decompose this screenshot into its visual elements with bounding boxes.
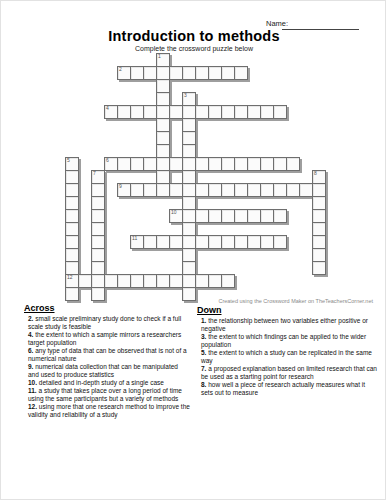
grid-cell[interactable] xyxy=(312,248,326,262)
grid-cell[interactable]: 9 xyxy=(117,183,131,197)
credit-line: Created using the Crossword Maker on The… xyxy=(218,298,373,304)
grid-cell[interactable] xyxy=(156,79,170,93)
grid-cell[interactable] xyxy=(91,235,105,249)
grid-cell[interactable] xyxy=(143,235,157,249)
grid-cell[interactable] xyxy=(65,235,79,249)
grid-cell[interactable] xyxy=(91,287,105,301)
grid-cell[interactable] xyxy=(156,274,170,288)
grid-cell[interactable] xyxy=(221,66,235,80)
grid-cell[interactable] xyxy=(65,209,79,223)
grid-cell[interactable] xyxy=(182,222,196,236)
grid-cell[interactable] xyxy=(182,144,196,158)
grid-cell[interactable] xyxy=(312,183,326,197)
grid-cell[interactable] xyxy=(234,66,248,80)
grid-cell[interactable] xyxy=(182,196,196,210)
grid-cell[interactable] xyxy=(208,183,222,197)
grid-cell[interactable]: 4 xyxy=(104,105,118,119)
grid-cell[interactable] xyxy=(273,235,287,249)
grid-cell[interactable] xyxy=(156,118,170,132)
grid-cell[interactable] xyxy=(273,183,287,197)
grid-cell[interactable] xyxy=(182,66,196,80)
grid-cell[interactable] xyxy=(117,105,131,119)
grid-cell[interactable] xyxy=(65,196,79,210)
grid-cell[interactable] xyxy=(286,157,300,171)
grid-cell[interactable] xyxy=(143,105,157,119)
grid-cell[interactable] xyxy=(130,183,144,197)
grid-cell[interactable] xyxy=(156,66,170,80)
grid-cell[interactable] xyxy=(156,183,170,197)
grid-cell[interactable] xyxy=(182,183,196,197)
grid-cell[interactable] xyxy=(143,183,157,197)
clue-number: 5. xyxy=(201,349,206,356)
grid-cell[interactable]: 7 xyxy=(91,170,105,184)
grid-cell[interactable] xyxy=(208,274,222,288)
grid-cell[interactable] xyxy=(273,209,287,223)
cell-number: 10 xyxy=(171,210,177,215)
grid-cell[interactable] xyxy=(312,261,326,275)
grid-cell[interactable] xyxy=(182,157,196,171)
grid-cell[interactable] xyxy=(65,248,79,262)
grid-cell[interactable] xyxy=(143,157,157,171)
grid-cell[interactable]: 5 xyxy=(65,157,79,171)
grid-cell[interactable] xyxy=(156,105,170,119)
grid-cell[interactable]: 8 xyxy=(312,170,326,184)
grid-cell[interactable] xyxy=(169,66,183,80)
grid-cell[interactable] xyxy=(208,235,222,249)
grid-cell[interactable] xyxy=(221,209,235,223)
grid-cell[interactable] xyxy=(65,261,79,275)
grid-cell[interactable] xyxy=(208,66,222,80)
clue-number: 1. xyxy=(201,317,206,324)
grid-cell[interactable] xyxy=(91,196,105,210)
grid-cell[interactable] xyxy=(208,105,222,119)
grid-cell[interactable] xyxy=(273,105,287,119)
grid-cell[interactable] xyxy=(65,183,79,197)
grid-cell[interactable]: 12 xyxy=(65,274,79,288)
clue-number: 8. xyxy=(201,381,206,388)
grid-cell[interactable] xyxy=(104,274,118,288)
page-subtitle: Complete the crossword puzzle below xyxy=(1,45,386,52)
grid-cell[interactable] xyxy=(65,170,79,184)
grid-cell[interactable] xyxy=(65,222,79,236)
grid-cell[interactable] xyxy=(221,105,235,119)
grid-cell[interactable] xyxy=(130,66,144,80)
grid-cell[interactable] xyxy=(195,209,209,223)
grid-cell[interactable] xyxy=(65,287,79,301)
clue-number: 7. xyxy=(201,365,206,372)
grid-cell[interactable] xyxy=(182,235,196,249)
grid-cell[interactable]: 11 xyxy=(130,235,144,249)
clue-number: 11. xyxy=(28,387,37,394)
cell-number: 11 xyxy=(132,236,137,241)
crossword-grid: 123456789101112 xyxy=(65,53,326,301)
grid-cell[interactable] xyxy=(247,157,261,171)
grid-cell[interactable] xyxy=(169,157,183,171)
grid-cell[interactable] xyxy=(182,287,196,301)
cell-number: 4 xyxy=(106,106,109,111)
grid-cell[interactable] xyxy=(195,274,209,288)
across-clue-list: 2. small scale preliminary study done to… xyxy=(24,315,190,419)
clue-item: 2. small scale preliminary study done to… xyxy=(24,315,190,331)
clue-item: 12. using more that one research method … xyxy=(24,403,190,419)
grid-cell[interactable]: 2 xyxy=(117,66,131,80)
grid-cell[interactable] xyxy=(221,183,235,197)
grid-cell[interactable] xyxy=(117,274,131,288)
grid-cell[interactable] xyxy=(247,183,261,197)
grid-cell[interactable] xyxy=(91,274,105,288)
clue-item: 5. the extent to which a study can be re… xyxy=(197,349,377,365)
grid-cell[interactable] xyxy=(156,170,170,184)
grid-cell[interactable] xyxy=(156,131,170,145)
grid-cell[interactable] xyxy=(91,222,105,236)
grid-cell[interactable] xyxy=(91,183,105,197)
clue-item: 7. a proposed explanation based on limit… xyxy=(197,365,377,381)
grid-cell[interactable]: 6 xyxy=(104,157,118,171)
clue-number: 10. xyxy=(28,379,37,386)
cell-number: 12 xyxy=(67,275,73,280)
grid-cell[interactable] xyxy=(143,66,157,80)
clue-item: 4. the extent to which a sample mirrors … xyxy=(24,331,190,347)
across-heading: Across xyxy=(24,304,190,312)
cell-number: 8 xyxy=(314,171,317,176)
grid-cell[interactable] xyxy=(156,92,170,106)
down-clue-list: 1. the relationship between two variable… xyxy=(197,317,377,397)
grid-cell[interactable] xyxy=(221,274,235,288)
grid-cell[interactable] xyxy=(195,157,209,171)
grid-cell[interactable] xyxy=(182,261,196,275)
grid-cell[interactable] xyxy=(221,157,235,171)
clue-item: 11. a study that takes place over a long… xyxy=(24,387,190,403)
grid-cell[interactable] xyxy=(208,157,222,171)
grid-cell[interactable] xyxy=(195,235,209,249)
grid-cell[interactable] xyxy=(247,105,261,119)
grid-cell[interactable] xyxy=(234,235,248,249)
grid-cell[interactable] xyxy=(182,118,196,132)
grid-cell[interactable] xyxy=(195,183,209,197)
grid-cell[interactable] xyxy=(312,209,326,223)
grid-cell[interactable] xyxy=(247,209,261,223)
grid-cell[interactable] xyxy=(260,157,274,171)
grid-cell[interactable] xyxy=(234,105,248,119)
clue-number: 4. xyxy=(28,331,33,338)
grid-cell[interactable] xyxy=(130,157,144,171)
across-section: Across 2. small scale preliminary study … xyxy=(24,304,190,419)
worksheet-page: Name: Introduction to methods Complete t… xyxy=(0,0,386,500)
clue-item: 8. how well a piece of research actually… xyxy=(197,381,377,397)
grid-cell[interactable] xyxy=(156,235,170,249)
cell-number: 2 xyxy=(119,67,122,72)
grid-cell[interactable] xyxy=(182,209,196,223)
clue-item: 10. detailed and in-depth study of a sin… xyxy=(24,379,190,387)
clue-item: 3. the extent to which findings can be a… xyxy=(197,333,377,349)
grid-cell[interactable] xyxy=(299,183,313,197)
grid-cell[interactable] xyxy=(169,274,183,288)
cell-number: 7 xyxy=(93,171,96,176)
grid-cell[interactable] xyxy=(260,235,274,249)
grid-cell[interactable] xyxy=(247,235,261,249)
grid-cell[interactable] xyxy=(91,248,105,262)
grid-cell[interactable] xyxy=(130,274,144,288)
page-title: Introduction to methods xyxy=(1,28,386,44)
grid-cell[interactable] xyxy=(91,261,105,275)
grid-cell[interactable] xyxy=(273,157,287,171)
grid-cell[interactable] xyxy=(234,157,248,171)
clue-number: 2. xyxy=(28,315,33,322)
grid-cell[interactable] xyxy=(156,157,170,171)
grid-cell[interactable] xyxy=(260,209,274,223)
grid-cell[interactable] xyxy=(234,183,248,197)
grid-cell[interactable] xyxy=(130,105,144,119)
grid-cell[interactable] xyxy=(169,183,183,197)
clue-number: 9. xyxy=(28,363,33,370)
grid-cell[interactable] xyxy=(312,222,326,236)
clue-number: 12. xyxy=(28,403,37,410)
cell-number: 5 xyxy=(67,158,70,163)
grid-cell[interactable] xyxy=(78,274,92,288)
cell-number: 9 xyxy=(119,184,122,189)
cell-number: 6 xyxy=(106,158,109,163)
grid-cell[interactable] xyxy=(260,105,274,119)
grid-cell[interactable] xyxy=(208,209,222,223)
grid-cell[interactable] xyxy=(117,157,131,171)
grid-cell[interactable] xyxy=(195,66,209,80)
clue-item: 6. any type of data that can be observed… xyxy=(24,347,190,363)
grid-cell[interactable] xyxy=(182,170,196,184)
grid-cell[interactable]: 3 xyxy=(182,92,196,106)
grid-cell[interactable] xyxy=(312,235,326,249)
clue-item: 1. the relationship between two variable… xyxy=(197,317,377,333)
grid-cell[interactable] xyxy=(234,209,248,223)
grid-cell[interactable] xyxy=(169,235,183,249)
grid-cell[interactable] xyxy=(169,105,183,119)
clue-number: 3. xyxy=(201,333,206,340)
grid-cell[interactable] xyxy=(182,248,196,262)
grid-cell[interactable] xyxy=(156,144,170,158)
grid-cell[interactable] xyxy=(143,274,157,288)
cell-number: 1 xyxy=(158,54,161,59)
cell-number: 3 xyxy=(184,93,187,98)
grid-cell[interactable] xyxy=(286,183,300,197)
down-section: Down 1. the relationship between two var… xyxy=(197,306,377,397)
clue-item: 9. numerical data collection that can be… xyxy=(24,363,190,379)
grid-cell[interactable] xyxy=(260,183,274,197)
grid-cell[interactable] xyxy=(182,274,196,288)
grid-cell[interactable]: 1 xyxy=(156,53,170,67)
grid-cell[interactable] xyxy=(221,235,235,249)
down-heading: Down xyxy=(197,306,377,314)
grid-cell[interactable] xyxy=(91,209,105,223)
grid-cell[interactable] xyxy=(312,196,326,210)
grid-cell[interactable] xyxy=(195,105,209,119)
grid-cell[interactable]: 10 xyxy=(169,209,183,223)
grid-cell[interactable] xyxy=(182,105,196,119)
grid-cell[interactable] xyxy=(182,131,196,145)
clue-number: 6. xyxy=(28,347,33,354)
name-label: Name: xyxy=(266,19,288,28)
